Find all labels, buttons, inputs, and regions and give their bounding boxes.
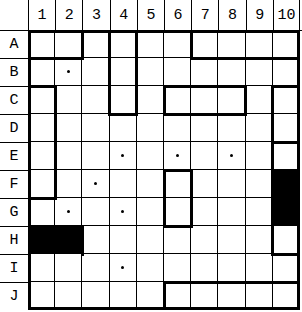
cell-I4[interactable] — [110, 254, 137, 282]
row-label-I: I — [0, 254, 28, 282]
region-border-segment — [190, 169, 193, 228]
cell-E9[interactable] — [246, 142, 273, 170]
cell-H6[interactable] — [164, 226, 191, 254]
cell-B3[interactable] — [82, 58, 109, 86]
cell-C4[interactable] — [110, 86, 137, 114]
row-label-B: B — [0, 58, 28, 86]
cell-I1[interactable] — [28, 254, 55, 282]
cell-G8[interactable] — [218, 198, 245, 226]
region-border-segment — [244, 85, 247, 116]
cell-D3[interactable] — [82, 114, 109, 142]
cell-F10[interactable] — [273, 170, 300, 198]
cell-F4[interactable] — [110, 170, 137, 198]
cell-A7[interactable] — [191, 30, 218, 58]
cell-H8[interactable] — [218, 226, 245, 254]
cell-I3[interactable] — [82, 254, 109, 282]
region-border-segment — [163, 281, 301, 284]
region-border-segment — [28, 85, 57, 88]
row-label-C: C — [0, 86, 28, 114]
cell-F9[interactable] — [246, 170, 273, 198]
cell-B10[interactable] — [273, 58, 300, 86]
cell-B1[interactable] — [28, 58, 55, 86]
cell-C9[interactable] — [246, 86, 273, 114]
cell-H1[interactable] — [28, 226, 55, 254]
cell-J9[interactable] — [246, 282, 273, 310]
cell-C8[interactable] — [218, 86, 245, 114]
cell-F2[interactable] — [55, 170, 82, 198]
cell-B5[interactable] — [137, 58, 164, 86]
row-label-H: H — [0, 226, 28, 254]
dot-marker — [67, 210, 70, 213]
cell-G10[interactable] — [273, 198, 300, 226]
cell-A4[interactable] — [110, 30, 137, 58]
cell-J4[interactable] — [110, 282, 137, 310]
cell-A3[interactable] — [82, 30, 109, 58]
puzzle-window: 12345678910 ABCDEFGHIJ — [0, 0, 302, 312]
col-label-6: 6 — [164, 0, 191, 30]
cell-H9[interactable] — [246, 226, 273, 254]
region-border-segment — [163, 85, 248, 88]
cell-E3[interactable] — [82, 142, 109, 170]
cell-E7[interactable] — [191, 142, 218, 170]
cell-D5[interactable] — [137, 114, 164, 142]
cell-C6[interactable] — [164, 86, 191, 114]
region-border-segment — [108, 113, 138, 116]
region-border-segment — [28, 225, 84, 228]
cell-I10[interactable] — [273, 254, 300, 282]
cell-F1[interactable] — [28, 170, 55, 198]
cell-F3[interactable] — [82, 170, 109, 198]
col-label-5: 5 — [137, 0, 164, 30]
cell-H5[interactable] — [137, 226, 164, 254]
cell-E6[interactable] — [164, 142, 191, 170]
cell-D9[interactable] — [246, 114, 273, 142]
col-label-9: 9 — [246, 0, 273, 30]
cell-C10[interactable] — [273, 86, 300, 114]
cell-I8[interactable] — [218, 254, 245, 282]
cell-F5[interactable] — [137, 170, 164, 198]
cell-E5[interactable] — [137, 142, 164, 170]
col-label-10: 10 — [273, 0, 300, 30]
cell-A1[interactable] — [28, 30, 55, 58]
cell-I2[interactable] — [55, 254, 82, 282]
region-border-segment — [54, 85, 57, 200]
cell-B6[interactable] — [164, 58, 191, 86]
cell-H10[interactable] — [273, 226, 300, 254]
region-border-segment — [271, 253, 300, 256]
region-border-segment — [108, 30, 111, 116]
dot-marker — [67, 70, 70, 73]
cell-F7[interactable] — [191, 170, 218, 198]
cell-J1[interactable] — [28, 282, 55, 310]
cell-I9[interactable] — [246, 254, 273, 282]
board-outer-border — [28, 307, 300, 310]
region-border-segment — [190, 57, 300, 60]
region-border-segment — [163, 169, 193, 172]
cell-A8[interactable] — [218, 30, 245, 58]
puzzle-board — [28, 30, 300, 310]
region-border-segment — [163, 225, 193, 228]
col-label-2: 2 — [55, 0, 82, 30]
row-label-A: A — [0, 30, 28, 58]
cell-A5[interactable] — [137, 30, 164, 58]
row-label-J: J — [0, 282, 28, 310]
cell-J8[interactable] — [218, 282, 245, 310]
cell-G2[interactable] — [55, 198, 82, 226]
cell-G6[interactable] — [164, 198, 191, 226]
dot-marker — [94, 182, 97, 185]
board-outer-border — [28, 30, 300, 33]
dot-marker — [121, 154, 124, 157]
region-border-segment — [271, 141, 300, 144]
cell-J7[interactable] — [191, 282, 218, 310]
cell-D4[interactable] — [110, 114, 137, 142]
board-outer-border — [297, 30, 300, 310]
region-border-segment — [163, 113, 248, 116]
cell-H7[interactable] — [191, 226, 218, 254]
dot-marker — [121, 210, 124, 213]
cell-H2[interactable] — [55, 226, 82, 254]
cell-J2[interactable] — [55, 282, 82, 310]
region-border-segment — [163, 85, 166, 116]
cell-G9[interactable] — [246, 198, 273, 226]
cell-D2[interactable] — [55, 114, 82, 142]
col-label-3: 3 — [82, 0, 109, 30]
region-border-segment — [190, 30, 193, 60]
cell-E10[interactable] — [273, 142, 300, 170]
cell-I6[interactable] — [164, 254, 191, 282]
region-border-segment — [28, 57, 84, 60]
cell-J3[interactable] — [82, 282, 109, 310]
col-label-1: 1 — [28, 0, 55, 30]
cell-C7[interactable] — [191, 86, 218, 114]
cell-B2[interactable] — [55, 58, 82, 86]
region-border-segment — [163, 281, 166, 311]
dot-marker — [121, 266, 124, 269]
region-border-segment — [271, 169, 300, 172]
col-label-4: 4 — [110, 0, 137, 30]
cell-G5[interactable] — [137, 198, 164, 226]
cell-B7[interactable] — [191, 58, 218, 86]
cell-J10[interactable] — [273, 282, 300, 310]
col-label-7: 7 — [191, 0, 218, 30]
cell-A10[interactable] — [273, 30, 300, 58]
region-border-segment — [135, 30, 138, 116]
cell-B9[interactable] — [246, 58, 273, 86]
cell-A2[interactable] — [55, 30, 82, 58]
cell-J5[interactable] — [137, 282, 164, 310]
cell-C2[interactable] — [55, 86, 82, 114]
cell-D8[interactable] — [218, 114, 245, 142]
cell-C3[interactable] — [82, 86, 109, 114]
cell-F8[interactable] — [218, 170, 245, 198]
cell-C5[interactable] — [137, 86, 164, 114]
cell-C1[interactable] — [28, 86, 55, 114]
cell-F6[interactable] — [164, 170, 191, 198]
cell-D10[interactable] — [273, 114, 300, 142]
region-border-segment — [271, 85, 300, 88]
cell-H4[interactable] — [110, 226, 137, 254]
cell-D1[interactable] — [28, 114, 55, 142]
cell-H3[interactable] — [82, 226, 109, 254]
cell-G4[interactable] — [110, 198, 137, 226]
row-label-G: G — [0, 198, 28, 226]
row-label-E: E — [0, 142, 28, 170]
cell-I7[interactable] — [191, 254, 218, 282]
cell-E1[interactable] — [28, 142, 55, 170]
col-label-8: 8 — [218, 0, 245, 30]
cell-E8[interactable] — [218, 142, 245, 170]
dot-marker — [176, 154, 179, 157]
cell-D7[interactable] — [191, 114, 218, 142]
cell-D6[interactable] — [164, 114, 191, 142]
cell-G7[interactable] — [191, 198, 218, 226]
cell-B8[interactable] — [218, 58, 245, 86]
cell-E2[interactable] — [55, 142, 82, 170]
cell-A9[interactable] — [246, 30, 273, 58]
cell-G1[interactable] — [28, 198, 55, 226]
cell-I5[interactable] — [137, 254, 164, 282]
region-border-segment — [28, 197, 57, 200]
cell-B4[interactable] — [110, 58, 137, 86]
row-label-D: D — [0, 114, 28, 142]
region-border-segment — [81, 30, 84, 60]
region-border-segment — [81, 225, 84, 256]
cell-A6[interactable] — [164, 30, 191, 58]
cell-J6[interactable] — [164, 282, 191, 310]
row-label-F: F — [0, 170, 28, 198]
board-outer-border — [28, 30, 31, 310]
dot-marker — [230, 154, 233, 157]
region-border-segment — [163, 169, 166, 228]
cell-G3[interactable] — [82, 198, 109, 226]
cell-E4[interactable] — [110, 142, 137, 170]
